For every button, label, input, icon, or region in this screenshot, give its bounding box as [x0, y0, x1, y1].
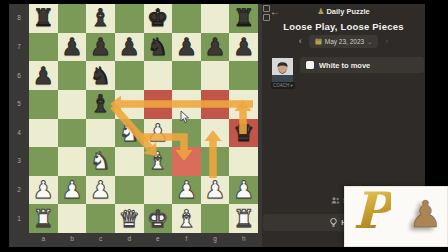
- rank-labels: 87654321: [9, 4, 29, 233]
- piece-black-pawn[interactable]: ♟: [90, 35, 112, 59]
- square-f1[interactable]: ♝: [172, 204, 201, 233]
- piece-white-rook[interactable]: ♜: [33, 207, 55, 231]
- square-b1[interactable]: [58, 204, 87, 233]
- square-g1[interactable]: [201, 204, 230, 233]
- calendar-icon: [315, 38, 322, 45]
- square-d1[interactable]: ♛: [115, 204, 144, 233]
- status-text: White to move: [319, 61, 370, 70]
- coach-label[interactable]: COACH ▾: [271, 82, 295, 89]
- square-f6[interactable]: [172, 61, 201, 90]
- date-navigation: ‹ May 23, 2023 ⌄ ›: [262, 35, 425, 48]
- square-d4[interactable]: ♞: [115, 119, 144, 148]
- piece-black-rook[interactable]: ♜: [233, 6, 255, 30]
- piece-black-pawn[interactable]: ♟: [176, 35, 198, 59]
- square-c7[interactable]: ♟: [86, 33, 115, 62]
- player-row: COACH ▾ White to move: [262, 57, 425, 91]
- square-b5[interactable]: [58, 90, 87, 119]
- square-a6[interactable]: ♟: [29, 61, 58, 90]
- square-a7[interactable]: [29, 33, 58, 62]
- square-h3[interactable]: [229, 147, 258, 176]
- square-c2[interactable]: ♟: [86, 176, 115, 205]
- square-c8[interactable]: ♝: [86, 4, 115, 33]
- rank-label-6: 6: [9, 72, 29, 79]
- square-f2[interactable]: ♟: [172, 176, 201, 205]
- rank-label-5: 5: [9, 100, 29, 107]
- square-a5[interactable]: [29, 90, 58, 119]
- square-c1[interactable]: [86, 204, 115, 233]
- square-f4[interactable]: [172, 119, 201, 148]
- square-g8[interactable]: [201, 4, 230, 33]
- puzzle-name: Loose Play, Loose Pieces: [262, 21, 425, 32]
- prev-day-button[interactable]: ‹: [299, 37, 302, 46]
- piece-white-bishop[interactable]: ♝: [147, 149, 169, 173]
- square-g7[interactable]: ♟: [201, 33, 230, 62]
- rank-label-2: 2: [9, 186, 29, 193]
- piece-white-king[interactable]: ♚: [147, 207, 169, 231]
- chess-board[interactable]: ♜♝♚♜♟♟♟♞♟♟♟♟♞♝♞♟♛♞♝♟♟♟♟♟♟♜♛♚♝♜: [29, 4, 258, 233]
- square-e1[interactable]: ♚: [144, 204, 173, 233]
- piece-black-pawn[interactable]: ♟: [204, 35, 226, 59]
- file-label-b: b: [58, 235, 87, 245]
- piece-white-queen[interactable]: ♛: [118, 207, 140, 231]
- square-d7[interactable]: ♟: [115, 33, 144, 62]
- rank-label-1: 1: [9, 215, 29, 222]
- square-f3[interactable]: [172, 147, 201, 176]
- channel-logo-card: P ♟: [344, 186, 448, 247]
- square-a3[interactable]: [29, 147, 58, 176]
- square-g6[interactable]: [201, 61, 230, 90]
- file-label-f: f: [172, 235, 201, 245]
- square-h2[interactable]: ♟: [229, 176, 258, 205]
- rank-label-4: 4: [9, 129, 29, 136]
- page-title-text: Daily Puzzle: [326, 7, 369, 16]
- piece-black-king[interactable]: ♚: [147, 6, 169, 30]
- square-e5[interactable]: [144, 90, 173, 119]
- piece-black-rook[interactable]: ♜: [33, 6, 55, 30]
- piece-white-bishop[interactable]: ♝: [176, 207, 198, 231]
- piece-black-bishop[interactable]: ♝: [90, 6, 112, 30]
- square-c4[interactable]: [86, 119, 115, 148]
- logo-letter-p: P: [353, 181, 391, 240]
- piece-white-pawn[interactable]: ♟: [33, 178, 55, 202]
- chevron-down-icon: ⌄: [367, 39, 372, 45]
- square-b4[interactable]: [58, 119, 87, 148]
- file-label-a: a: [29, 235, 58, 245]
- piece-white-pawn[interactable]: ♟: [176, 178, 198, 202]
- piece-white-pawn[interactable]: ♟: [147, 121, 169, 145]
- file-label-h: h: [229, 235, 258, 245]
- file-label-c: c: [86, 235, 115, 245]
- piece-white-pawn[interactable]: ♟: [233, 178, 255, 202]
- piece-white-knight[interactable]: ♞: [90, 149, 112, 173]
- selected-date: May 23, 2023: [325, 38, 364, 45]
- coach-avatar[interactable]: [272, 58, 293, 82]
- square-a2[interactable]: ♟: [29, 176, 58, 205]
- page-title: ♟Daily Puzzle: [262, 7, 425, 16]
- square-e8[interactable]: ♚: [144, 4, 173, 33]
- hint-bulb-icon: [330, 218, 337, 228]
- white-to-move-square-icon: [306, 61, 314, 69]
- square-b2[interactable]: ♟: [58, 176, 87, 205]
- logo-pawn-icon: ♟: [409, 196, 442, 233]
- square-a4[interactable]: [29, 119, 58, 148]
- piece-black-pawn[interactable]: ♟: [233, 35, 255, 59]
- square-c6[interactable]: ♞: [86, 61, 115, 90]
- square-c5[interactable]: ♝: [86, 90, 115, 119]
- square-a1[interactable]: ♜: [29, 204, 58, 233]
- file-label-g: g: [201, 235, 230, 245]
- piece-white-knight[interactable]: ♞: [118, 121, 140, 145]
- square-h6[interactable]: [229, 61, 258, 90]
- square-b6[interactable]: [58, 61, 87, 90]
- square-g3[interactable]: [201, 147, 230, 176]
- status-badge: White to move: [300, 57, 424, 73]
- square-b3[interactable]: [58, 147, 87, 176]
- rank-label-8: 8: [9, 14, 29, 21]
- file-label-e: e: [144, 235, 173, 245]
- date-picker-button[interactable]: May 23, 2023 ⌄: [309, 35, 378, 48]
- square-e3[interactable]: ♝: [144, 147, 173, 176]
- square-h7[interactable]: ♟: [229, 33, 258, 62]
- square-e2[interactable]: [144, 176, 173, 205]
- daily-puzzle-pawn-icon: ♟: [317, 7, 324, 16]
- square-h5[interactable]: [229, 90, 258, 119]
- square-f5[interactable]: [172, 90, 201, 119]
- square-h4[interactable]: ♛: [229, 119, 258, 148]
- piece-black-knight[interactable]: ♞: [90, 64, 112, 88]
- piece-black-knight[interactable]: ♞: [147, 35, 169, 59]
- board-area: 87654321 ♜♝♚♜♟♟♟♞♟♟♟♟♞♝♞♟♛♞♝♟♟♟♟♟♟♜♛♚♝♜ …: [9, 4, 262, 247]
- piece-white-pawn[interactable]: ♟: [90, 178, 112, 202]
- square-f8[interactable]: [172, 4, 201, 33]
- puzzle-screen: 87654321 ♜♝♚♜♟♟♟♞♟♟♟♟♞♝♞♟♛♞♝♟♟♟♟♟♟♜♛♚♝♜ …: [0, 0, 448, 252]
- square-b7[interactable]: ♟: [58, 33, 87, 62]
- square-e6[interactable]: [144, 61, 173, 90]
- square-d8[interactable]: [115, 4, 144, 33]
- piece-white-rook[interactable]: ♜: [233, 207, 255, 231]
- square-d3[interactable]: [115, 147, 144, 176]
- square-b8[interactable]: [58, 4, 87, 33]
- rank-label-7: 7: [9, 43, 29, 50]
- square-a8[interactable]: ♜: [29, 4, 58, 33]
- file-label-d: d: [115, 235, 144, 245]
- piece-black-pawn[interactable]: ♟: [118, 35, 140, 59]
- next-day-button[interactable]: ›: [385, 37, 388, 46]
- piece-black-pawn[interactable]: ♟: [61, 35, 83, 59]
- square-d2[interactable]: [115, 176, 144, 205]
- piece-black-bishop[interactable]: ♝: [90, 92, 112, 116]
- square-g5[interactable]: [201, 90, 230, 119]
- square-h8[interactable]: ♜: [229, 4, 258, 33]
- rank-label-3: 3: [9, 157, 29, 164]
- square-g2[interactable]: ♟: [201, 176, 230, 205]
- square-h1[interactable]: ♜: [229, 204, 258, 233]
- piece-white-pawn[interactable]: ♟: [61, 178, 83, 202]
- square-e7[interactable]: ♞: [144, 33, 173, 62]
- solved-by-people-icon: [331, 197, 340, 204]
- square-f7[interactable]: ♟: [172, 33, 201, 62]
- piece-black-queen[interactable]: ♛: [233, 121, 255, 145]
- square-c3[interactable]: ♞: [86, 147, 115, 176]
- square-d5[interactable]: [115, 90, 144, 119]
- piece-black-pawn[interactable]: ♟: [33, 64, 55, 88]
- square-d6[interactable]: [115, 61, 144, 90]
- square-g4[interactable]: [201, 119, 230, 148]
- square-e4[interactable]: ♟: [144, 119, 173, 148]
- file-labels: abcdefgh: [29, 235, 258, 245]
- piece-white-pawn[interactable]: ♟: [204, 178, 226, 202]
